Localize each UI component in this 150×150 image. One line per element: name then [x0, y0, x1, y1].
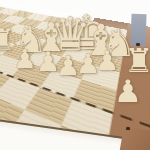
chessboard-photo-scene: ♚♛♜♝♞♝♞♟♟♜♟♟♟♟	[0, 0, 150, 150]
frame-screw-dot-2	[126, 127, 130, 130]
chess-piece-pawn-d2[interactable]: ♟	[56, 52, 80, 79]
chess-piece-pawn-g2[interactable]: ♟	[114, 76, 142, 107]
chess-piece-pawn-b2[interactable]: ♟	[13, 46, 36, 72]
